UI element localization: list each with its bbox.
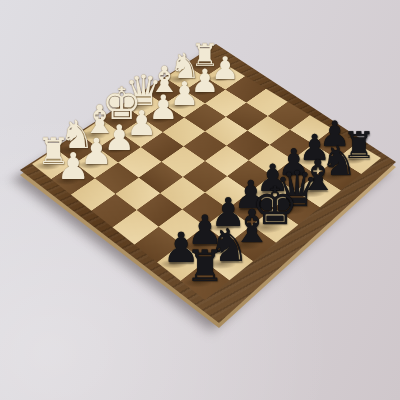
piece-black-rook[interactable]: ♜ <box>186 244 225 287</box>
scene: ♜♟♞♟♝♟♛♟♚♟♝♟♟♞♜♟♟♜♞♟♟♝♟♛♟♚♟♝♟♞♟♜ <box>0 0 400 400</box>
piece-white-pawn[interactable]: ♟ <box>56 149 89 186</box>
